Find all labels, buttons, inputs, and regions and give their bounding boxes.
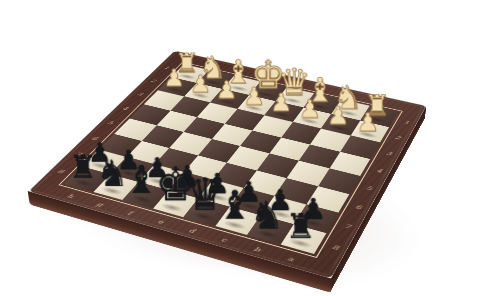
piece-white-pawn[interactable]: ♟ xyxy=(239,84,269,109)
piece-white-pawn[interactable]: ♟ xyxy=(294,96,324,121)
piece-black-king[interactable]: ♚ xyxy=(155,162,189,208)
square-a8[interactable]: ♜ xyxy=(280,224,326,254)
piece-black-rook[interactable]: ♜ xyxy=(282,209,318,243)
piece-black-bishop[interactable]: ♝ xyxy=(217,186,252,225)
piece-white-pawn[interactable]: ♟ xyxy=(352,109,383,135)
piece-black-bishop[interactable]: ♝ xyxy=(125,162,159,200)
chess-set-photo: hgfedcba 12345678 12345678 ♜♞♝♚♛♝♞♜♟♟♟♟♟… xyxy=(0,0,480,296)
piece-black-queen[interactable]: ♛ xyxy=(185,172,220,216)
piece-white-pawn[interactable]: ♟ xyxy=(186,72,215,96)
piece-black-knight[interactable]: ♞ xyxy=(249,196,285,234)
piece-white-pawn[interactable]: ♟ xyxy=(160,66,189,90)
piece-white-pawn[interactable]: ♟ xyxy=(323,103,354,128)
piece-white-pawn[interactable]: ♟ xyxy=(212,78,241,102)
piece-white-pawn[interactable]: ♟ xyxy=(266,90,296,115)
